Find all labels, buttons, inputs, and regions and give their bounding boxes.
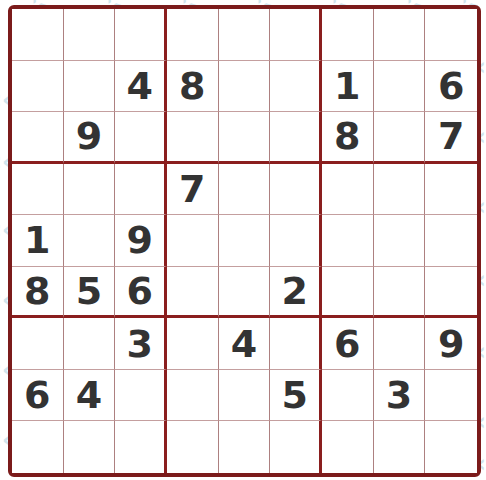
cell-r1c3[interactable] (115, 9, 167, 61)
cell-r1c1[interactable] (12, 9, 64, 61)
cell-r5c3[interactable]: 9 (115, 215, 167, 267)
cell-r8c2[interactable]: 4 (64, 370, 116, 422)
cell-r9c9[interactable] (425, 421, 477, 473)
cell-r9c8[interactable] (374, 421, 426, 473)
cell-r1c9[interactable] (425, 9, 477, 61)
cell-r2c6[interactable] (270, 61, 322, 113)
cell-r8c3[interactable] (115, 370, 167, 422)
cell-r6c6[interactable]: 2 (270, 267, 322, 319)
cell-r6c1[interactable]: 8 (12, 267, 64, 319)
cell-r1c5[interactable] (219, 9, 271, 61)
cell-r5c1[interactable]: 1 (12, 215, 64, 267)
cell-r2c9[interactable]: 6 (425, 61, 477, 113)
cell-r3c2[interactable]: 9 (64, 112, 116, 164)
cell-r7c2[interactable] (64, 318, 116, 370)
cell-r7c9[interactable]: 9 (425, 318, 477, 370)
cell-r1c2[interactable] (64, 9, 116, 61)
cell-r6c5[interactable] (219, 267, 271, 319)
cell-r4c4[interactable]: 7 (167, 164, 219, 216)
cell-r3c7[interactable]: 8 (322, 112, 374, 164)
cell-r5c9[interactable] (425, 215, 477, 267)
cell-r9c1[interactable] (12, 421, 64, 473)
cell-r9c5[interactable] (219, 421, 271, 473)
cell-r7c5[interactable]: 4 (219, 318, 271, 370)
cell-r6c4[interactable] (167, 267, 219, 319)
cell-r3c3[interactable] (115, 112, 167, 164)
cell-r1c6[interactable] (270, 9, 322, 61)
cell-r5c7[interactable] (322, 215, 374, 267)
cell-r8c9[interactable] (425, 370, 477, 422)
cell-r8c5[interactable] (219, 370, 271, 422)
cell-r9c4[interactable] (167, 421, 219, 473)
cell-r3c9[interactable]: 7 (425, 112, 477, 164)
cell-r1c7[interactable] (322, 9, 374, 61)
cell-r4c8[interactable] (374, 164, 426, 216)
cell-r8c1[interactable]: 6 (12, 370, 64, 422)
cell-r9c2[interactable] (64, 421, 116, 473)
cell-r8c7[interactable] (322, 370, 374, 422)
cell-r4c3[interactable] (115, 164, 167, 216)
cell-r5c4[interactable] (167, 215, 219, 267)
cell-r4c6[interactable] (270, 164, 322, 216)
cell-r2c1[interactable] (12, 61, 64, 113)
cell-r3c1[interactable] (12, 112, 64, 164)
cell-r6c7[interactable] (322, 267, 374, 319)
cell-r2c5[interactable] (219, 61, 271, 113)
cell-r7c8[interactable] (374, 318, 426, 370)
cell-r7c7[interactable]: 6 (322, 318, 374, 370)
cell-r7c4[interactable] (167, 318, 219, 370)
cell-r2c7[interactable]: 1 (322, 61, 374, 113)
cell-r3c4[interactable] (167, 112, 219, 164)
cell-r5c6[interactable] (270, 215, 322, 267)
cell-r3c8[interactable] (374, 112, 426, 164)
cell-r8c4[interactable] (167, 370, 219, 422)
cell-r1c8[interactable] (374, 9, 426, 61)
cell-r4c7[interactable] (322, 164, 374, 216)
cell-r6c8[interactable] (374, 267, 426, 319)
cell-r2c4[interactable]: 8 (167, 61, 219, 113)
cell-r3c6[interactable] (270, 112, 322, 164)
cell-r6c3[interactable]: 6 (115, 267, 167, 319)
cell-r6c2[interactable]: 5 (64, 267, 116, 319)
cell-r6c9[interactable] (425, 267, 477, 319)
cell-r9c3[interactable] (115, 421, 167, 473)
cell-r2c3[interactable]: 4 (115, 61, 167, 113)
cell-r5c2[interactable] (64, 215, 116, 267)
cell-r5c5[interactable] (219, 215, 271, 267)
cell-r4c9[interactable] (425, 164, 477, 216)
cell-r2c8[interactable] (374, 61, 426, 113)
cell-r4c2[interactable] (64, 164, 116, 216)
cell-r8c8[interactable]: 3 (374, 370, 426, 422)
cell-r4c1[interactable] (12, 164, 64, 216)
cell-r3c5[interactable] (219, 112, 271, 164)
cell-r1c4[interactable] (167, 9, 219, 61)
cell-r9c7[interactable] (322, 421, 374, 473)
cell-r2c2[interactable] (64, 61, 116, 113)
cell-r7c3[interactable]: 3 (115, 318, 167, 370)
cell-r9c6[interactable] (270, 421, 322, 473)
cell-r7c1[interactable] (12, 318, 64, 370)
sudoku-board: 4816987719856234696453 (8, 5, 481, 477)
cell-r7c6[interactable] (270, 318, 322, 370)
cell-r5c8[interactable] (374, 215, 426, 267)
cell-r4c5[interactable] (219, 164, 271, 216)
cell-r8c6[interactable]: 5 (270, 370, 322, 422)
